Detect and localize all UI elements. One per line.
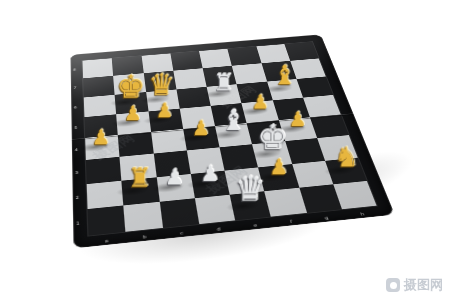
board-scene: abcdefgh 87654321 摄图网 摄图网 摄图网 ♚♛♜♝♟♟♟♟♟♝… — [0, 0, 450, 300]
gold-rook-glyph: ♜ — [116, 165, 164, 191]
rank-label-8: 8 — [73, 68, 76, 71]
rank-label-4: 4 — [75, 148, 78, 152]
rank-label-7: 7 — [73, 86, 76, 89]
silver-queen-glyph: ♛ — [226, 172, 275, 206]
gold-pawn-glyph: ♟ — [179, 118, 224, 138]
photo-canvas: abcdefgh 87654321 摄图网 摄图网 摄图网 ♚♛♜♝♟♟♟♟♟♝… — [0, 0, 450, 300]
rank-label-5: 5 — [74, 126, 77, 130]
gold-knight-glyph: ♞ — [323, 143, 370, 171]
silver-king-glyph: ♚ — [249, 120, 295, 154]
rank-label-6: 6 — [74, 106, 77, 109]
file-label-h: h — [360, 212, 365, 216]
rank-label-3: 3 — [75, 171, 78, 175]
file-label-g: g — [324, 216, 329, 220]
file-label-c: c — [180, 231, 184, 236]
rank-label-1: 1 — [76, 222, 80, 227]
rank-label-2: 2 — [75, 195, 79, 199]
chess-board: abcdefgh 87654321 摄图网 摄图网 摄图网 ♚♛♜♝♟♟♟♟♟♝… — [70, 34, 394, 248]
file-label-b: b — [142, 235, 146, 240]
file-label-f: f — [290, 220, 293, 224]
watermark-text: 摄图网 — [404, 276, 443, 294]
watermark-logo-icon — [386, 278, 400, 292]
gold-pawn-glyph: ♟ — [79, 127, 124, 148]
file-label-d: d — [217, 227, 221, 232]
file-label-e: e — [253, 223, 257, 228]
stock-watermark: 摄图网 — [386, 276, 443, 294]
file-label-a: a — [105, 239, 109, 244]
